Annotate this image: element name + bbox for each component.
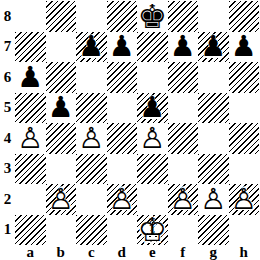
black-pawn: ♟ (76, 32, 107, 63)
black-pawn: ♟ (46, 93, 77, 124)
square-g6[interactable] (198, 62, 229, 93)
black-pawn-backing: ♟ (166, 30, 200, 64)
square-g1[interactable] (198, 215, 229, 246)
square-b8[interactable] (46, 1, 77, 32)
square-c4[interactable]: ♟♙ (76, 123, 107, 154)
square-h1[interactable] (229, 215, 260, 246)
square-d5[interactable] (107, 93, 138, 124)
file-label-c: c (76, 244, 107, 260)
square-d1[interactable] (107, 215, 138, 246)
square-f8[interactable] (168, 1, 199, 32)
white-king: ♔ (137, 215, 168, 246)
square-g8[interactable] (198, 1, 229, 32)
square-a7[interactable] (15, 32, 46, 63)
white-pawn-backing: ♟ (166, 182, 200, 216)
square-c3[interactable] (76, 154, 107, 185)
square-c5[interactable] (76, 93, 107, 124)
square-e7[interactable] (137, 32, 168, 63)
white-pawn-backing: ♟ (196, 182, 230, 216)
square-b7[interactable] (46, 32, 77, 63)
file-label-f: f (168, 244, 199, 260)
white-pawn-backing: ♟ (74, 121, 108, 155)
black-pawn: ♟ (198, 32, 229, 63)
white-pawn-backing: ♟ (44, 182, 78, 216)
square-g3[interactable] (198, 154, 229, 185)
rank-label-4: 4 (0, 123, 15, 154)
square-f5[interactable] (168, 93, 199, 124)
black-pawn-backing: ♟ (44, 91, 78, 125)
square-f7[interactable]: ♟♟ (168, 32, 199, 63)
black-pawn-backing: ♟ (74, 30, 108, 64)
black-pawn-backing: ♟ (105, 30, 139, 64)
square-d4[interactable] (107, 123, 138, 154)
square-g5[interactable] (198, 93, 229, 124)
rank-label-2: 2 (0, 184, 15, 215)
square-e8[interactable]: ♚♚ (137, 1, 168, 32)
square-g7[interactable]: ♟♟ (198, 32, 229, 63)
square-f4[interactable] (168, 123, 199, 154)
square-e3[interactable] (137, 154, 168, 185)
file-label-b: b (46, 244, 77, 260)
black-king-backing: ♚ (135, 0, 169, 33)
square-a1[interactable] (15, 215, 46, 246)
file-labels: a b c d e f g h (15, 244, 259, 260)
white-pawn: ♙ (168, 184, 199, 215)
black-pawn: ♟ (229, 32, 260, 63)
square-b6[interactable] (46, 62, 77, 93)
square-f2[interactable]: ♟♙ (168, 184, 199, 215)
black-pawn: ♟ (137, 93, 168, 124)
white-pawn: ♙ (198, 184, 229, 215)
square-b1[interactable] (46, 215, 77, 246)
file-label-d: d (107, 244, 138, 260)
file-label-a: a (15, 244, 46, 260)
black-pawn-backing: ♟ (13, 60, 47, 94)
square-e5[interactable]: ♟♟ (137, 93, 168, 124)
square-d3[interactable] (107, 154, 138, 185)
rank-labels: 8 7 6 5 4 3 2 1 (0, 1, 15, 245)
white-pawn: ♙ (76, 123, 107, 154)
rank-label-3: 3 (0, 154, 15, 185)
square-h5[interactable] (229, 93, 260, 124)
rank-label-7: 7 (0, 32, 15, 63)
white-pawn: ♙ (229, 184, 260, 215)
square-a5[interactable] (15, 93, 46, 124)
square-c6[interactable] (76, 62, 107, 93)
white-pawn-backing: ♟ (227, 182, 260, 216)
square-c1[interactable] (76, 215, 107, 246)
square-c7[interactable]: ♟♟ (76, 32, 107, 63)
square-h8[interactable] (229, 1, 260, 32)
file-label-e: e (137, 244, 168, 260)
square-b5[interactable]: ♟♟ (46, 93, 77, 124)
rank-label-1: 1 (0, 215, 15, 246)
black-pawn-backing: ♟ (135, 91, 169, 125)
square-h4[interactable] (229, 123, 260, 154)
square-e1[interactable]: ♚♔ (137, 215, 168, 246)
square-c8[interactable] (76, 1, 107, 32)
square-h3[interactable] (229, 154, 260, 185)
black-pawn: ♟ (107, 32, 138, 63)
square-f6[interactable] (168, 62, 199, 93)
square-e6[interactable] (137, 62, 168, 93)
file-label-g: g (198, 244, 229, 260)
black-pawn-backing: ♟ (196, 30, 230, 64)
square-d7[interactable]: ♟♟ (107, 32, 138, 63)
square-b3[interactable] (46, 154, 77, 185)
square-d6[interactable] (107, 62, 138, 93)
square-h2[interactable]: ♟♙ (229, 184, 260, 215)
white-pawn: ♙ (137, 123, 168, 154)
square-b2[interactable]: ♟♙ (46, 184, 77, 215)
square-a3[interactable] (15, 154, 46, 185)
white-pawn-backing: ♟ (105, 182, 139, 216)
square-f1[interactable] (168, 215, 199, 246)
square-a4[interactable]: ♟♙ (15, 123, 46, 154)
white-pawn-backing: ♟ (13, 121, 47, 155)
square-e2[interactable] (137, 184, 168, 215)
chess-diagram: 8 7 6 5 4 3 2 1 ♚♚♟♟♟♟♟♟♟♟♟♟♟♟♟♟♟♟♟♙♟♙♟♙… (0, 0, 260, 260)
black-king: ♚ (137, 1, 168, 32)
square-g4[interactable] (198, 123, 229, 154)
square-e4[interactable]: ♟♙ (137, 123, 168, 154)
white-king-backing: ♚ (135, 213, 169, 247)
rank-label-6: 6 (0, 62, 15, 93)
square-g2[interactable]: ♟♙ (198, 184, 229, 215)
square-c2[interactable] (76, 184, 107, 215)
square-h7[interactable]: ♟♟ (229, 32, 260, 63)
rank-label-8: 8 (0, 1, 15, 32)
white-pawn: ♙ (107, 184, 138, 215)
square-a8[interactable] (15, 1, 46, 32)
square-a2[interactable] (15, 184, 46, 215)
square-b4[interactable] (46, 123, 77, 154)
rank-label-5: 5 (0, 93, 15, 124)
square-d8[interactable] (107, 1, 138, 32)
square-d2[interactable]: ♟♙ (107, 184, 138, 215)
file-label-h: h (229, 244, 260, 260)
white-pawn-backing: ♟ (135, 121, 169, 155)
white-pawn: ♙ (46, 184, 77, 215)
black-pawn-backing: ♟ (227, 30, 260, 64)
black-pawn: ♟ (168, 32, 199, 63)
square-h6[interactable] (229, 62, 260, 93)
white-pawn: ♙ (15, 123, 46, 154)
square-a6[interactable]: ♟♟ (15, 62, 46, 93)
chess-board: ♚♚♟♟♟♟♟♟♟♟♟♟♟♟♟♟♟♟♟♙♟♙♟♙♟♙♟♙♟♙♟♙♟♙♚♔ (15, 1, 259, 245)
square-f3[interactable] (168, 154, 199, 185)
black-pawn: ♟ (15, 62, 46, 93)
